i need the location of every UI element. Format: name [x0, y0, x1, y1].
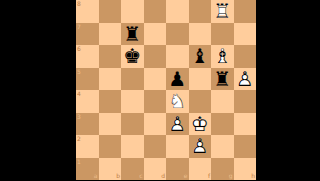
square-e1[interactable]: e [166, 158, 189, 181]
square-c8[interactable] [121, 0, 144, 23]
square-e2[interactable] [166, 135, 189, 158]
white-piece-outline-glyph: ♘ [168, 91, 186, 111]
square-c2[interactable] [121, 135, 144, 158]
square-g3[interactable] [211, 113, 234, 136]
square-b2[interactable] [99, 135, 122, 158]
square-c1[interactable]: c [121, 158, 144, 181]
white-king-f3[interactable]: ♚♔ [189, 113, 212, 136]
square-h5[interactable]: ♟♙ [234, 68, 257, 91]
square-d6[interactable] [144, 45, 167, 68]
square-h2[interactable] [234, 135, 257, 158]
square-c5[interactable] [121, 68, 144, 91]
square-h8[interactable] [234, 0, 257, 23]
square-c3[interactable] [121, 113, 144, 136]
white-pawn-e3[interactable]: ♟♙ [166, 113, 189, 136]
square-f4[interactable] [189, 90, 212, 113]
square-e3[interactable]: ♟♙ [166, 113, 189, 136]
white-bishop-g6[interactable]: ♝♗ [211, 45, 234, 68]
file-label-c: c [139, 173, 142, 179]
file-label-a: a [94, 173, 98, 179]
white-piece-outline-glyph: ♗ [213, 46, 231, 66]
square-e8[interactable] [166, 0, 189, 23]
square-b4[interactable] [99, 90, 122, 113]
square-h3[interactable] [234, 113, 257, 136]
black-rook-g5[interactable]: ♜ [211, 68, 234, 91]
square-a7[interactable]: 7 [76, 23, 99, 46]
square-g6[interactable]: ♝♗ [211, 45, 234, 68]
square-h6[interactable] [234, 45, 257, 68]
black-piece-glyph: ♝ [191, 46, 209, 66]
file-label-d: d [161, 173, 165, 179]
square-g1[interactable]: g [211, 158, 234, 181]
square-e7[interactable] [166, 23, 189, 46]
square-f2[interactable]: ♟♙ [189, 135, 212, 158]
white-piece-outline-glyph: ♖ [213, 1, 231, 21]
square-f3[interactable]: ♚♔ [189, 113, 212, 136]
square-d3[interactable] [144, 113, 167, 136]
square-h7[interactable] [234, 23, 257, 46]
rank-label-2: 2 [77, 136, 81, 142]
white-pawn-h5[interactable]: ♟♙ [234, 68, 257, 91]
rank-label-7: 7 [77, 24, 81, 30]
square-f8[interactable] [189, 0, 212, 23]
square-b1[interactable]: b [99, 158, 122, 181]
square-a5[interactable]: 5 [76, 68, 99, 91]
black-king-c6[interactable]: ♚ [121, 45, 144, 68]
square-g5[interactable]: ♜ [211, 68, 234, 91]
file-label-g: g [229, 173, 233, 179]
square-e5[interactable]: ♟ [166, 68, 189, 91]
square-e4[interactable]: ♞♘ [166, 90, 189, 113]
square-d5[interactable] [144, 68, 167, 91]
file-label-b: b [116, 173, 120, 179]
rank-label-5: 5 [77, 69, 81, 75]
square-b7[interactable] [99, 23, 122, 46]
square-d1[interactable]: d [144, 158, 167, 181]
square-g7[interactable] [211, 23, 234, 46]
square-a2[interactable]: 2 [76, 135, 99, 158]
rank-label-3: 3 [77, 114, 81, 120]
square-g4[interactable] [211, 90, 234, 113]
black-piece-glyph: ♜ [123, 24, 141, 44]
square-a1[interactable]: 1a [76, 158, 99, 181]
square-d4[interactable] [144, 90, 167, 113]
square-g8[interactable]: ♜♖ [211, 0, 234, 23]
black-piece-glyph: ♚ [123, 46, 141, 66]
black-piece-glyph: ♟ [168, 69, 186, 89]
white-rook-g8[interactable]: ♜♖ [211, 0, 234, 23]
file-label-h: h [251, 173, 255, 179]
square-a4[interactable]: 4 [76, 90, 99, 113]
square-c7[interactable]: ♜ [121, 23, 144, 46]
square-f1[interactable]: f [189, 158, 212, 181]
white-knight-e4[interactable]: ♞♘ [166, 90, 189, 113]
square-a8[interactable]: 8 [76, 0, 99, 23]
square-f6[interactable]: ♝ [189, 45, 212, 68]
square-f7[interactable] [189, 23, 212, 46]
square-e6[interactable] [166, 45, 189, 68]
rank-label-6: 6 [77, 46, 81, 52]
square-d8[interactable] [144, 0, 167, 23]
white-piece-outline-glyph: ♙ [236, 69, 254, 89]
square-g2[interactable] [211, 135, 234, 158]
square-b5[interactable] [99, 68, 122, 91]
square-b6[interactable] [99, 45, 122, 68]
square-f5[interactable] [189, 68, 212, 91]
square-b8[interactable] [99, 0, 122, 23]
square-h1[interactable]: h [234, 158, 257, 181]
rank-label-8: 8 [77, 1, 81, 7]
file-label-f: f [208, 173, 210, 179]
video-frame: 8♜♖7♜6♚♝♝♗5♟♜♟♙4♞♘3♟♙♚♔2♟♙1abcdefgh [0, 0, 320, 180]
rank-label-1: 1 [77, 159, 81, 165]
square-c4[interactable] [121, 90, 144, 113]
white-piece-outline-glyph: ♙ [168, 114, 186, 134]
file-label-e: e [184, 173, 188, 179]
black-pawn-e5[interactable]: ♟ [166, 68, 189, 91]
square-c6[interactable]: ♚ [121, 45, 144, 68]
square-h4[interactable] [234, 90, 257, 113]
square-b3[interactable] [99, 113, 122, 136]
square-a3[interactable]: 3 [76, 113, 99, 136]
white-piece-outline-glyph: ♔ [191, 114, 209, 134]
rank-label-4: 4 [77, 91, 81, 97]
white-piece-outline-glyph: ♙ [191, 136, 209, 156]
white-pawn-f2[interactable]: ♟♙ [189, 135, 212, 158]
black-rook-c7[interactable]: ♜ [121, 23, 144, 46]
square-d2[interactable] [144, 135, 167, 158]
square-d7[interactable] [144, 23, 167, 46]
square-a6[interactable]: 6 [76, 45, 99, 68]
black-bishop-f6[interactable]: ♝ [189, 45, 212, 68]
chess-board: 8♜♖7♜6♚♝♝♗5♟♜♟♙4♞♘3♟♙♚♔2♟♙1abcdefgh [76, 0, 256, 180]
black-piece-glyph: ♜ [213, 69, 231, 89]
